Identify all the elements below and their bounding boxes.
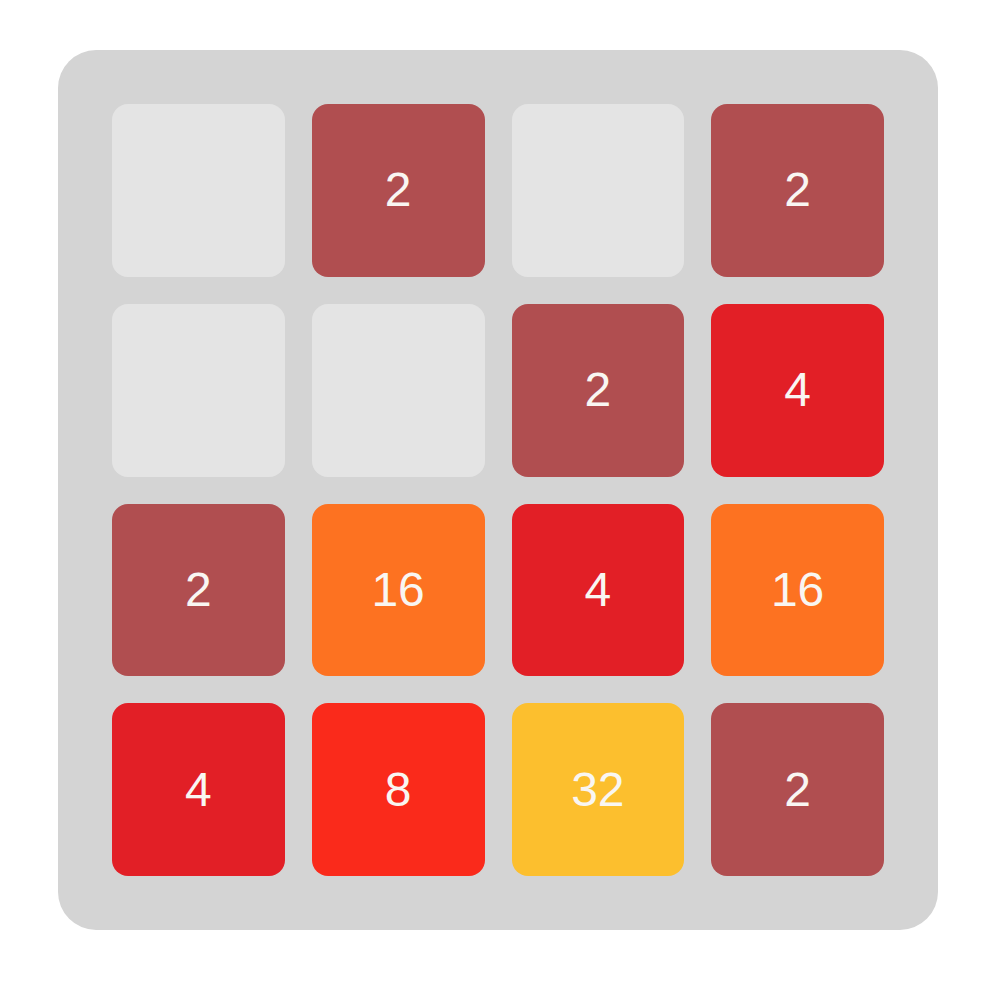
empty-cell: [512, 104, 685, 277]
tile-4: 4: [711, 304, 884, 477]
tile-16: 16: [711, 504, 884, 677]
tile-4: 4: [112, 703, 285, 876]
empty-cell: [112, 304, 285, 477]
tile-2: 2: [711, 703, 884, 876]
tile-2: 2: [112, 504, 285, 677]
tile-2: 2: [312, 104, 485, 277]
tile-4: 4: [512, 504, 685, 677]
tile-2: 2: [512, 304, 685, 477]
page: 222421641648322: [0, 0, 1000, 984]
tile-grid: 222421641648322: [112, 104, 884, 876]
2048-board[interactable]: 222421641648322: [58, 50, 938, 930]
empty-cell: [112, 104, 285, 277]
tile-16: 16: [312, 504, 485, 677]
tile-32: 32: [512, 703, 685, 876]
empty-cell: [312, 304, 485, 477]
tile-2: 2: [711, 104, 884, 277]
tile-8: 8: [312, 703, 485, 876]
